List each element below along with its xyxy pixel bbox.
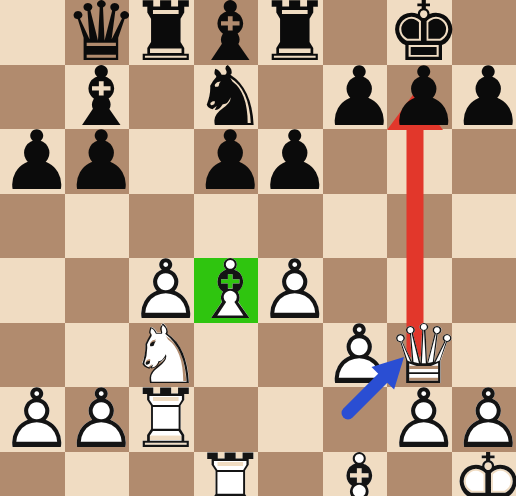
- piece-fill-glyph: ♟: [65, 129, 130, 194]
- white-pawn-b2[interactable]: ♟♙: [65, 387, 130, 452]
- chess-board: ♛♜♝♜♚♝♞♟♟♟♟♟♟♟♟♙♝♗♟♙♞♘♟♙♛♕♟♙♟♙♜♖♟♙♟♙♜♖♝♗…: [0, 0, 516, 496]
- black-pawn-f7[interactable]: ♟: [323, 65, 388, 130]
- square-e5[interactable]: [258, 194, 323, 259]
- black-bishop-d8[interactable]: ♝: [194, 0, 259, 65]
- square-a5[interactable]: [0, 194, 65, 259]
- square-b4[interactable]: [65, 258, 130, 323]
- square-b3[interactable]: [65, 323, 130, 388]
- square-c6[interactable]: [129, 129, 194, 194]
- white-rook-c2[interactable]: ♜♖: [129, 387, 194, 452]
- square-f6[interactable]: [323, 129, 388, 194]
- square-d3[interactable]: [194, 323, 259, 388]
- square-f5[interactable]: [323, 194, 388, 259]
- square-f8[interactable]: [323, 0, 388, 65]
- piece-fill-glyph: ♟: [129, 258, 194, 323]
- piece-fill-glyph: ♟: [323, 65, 388, 130]
- piece-fill-glyph: ♞: [129, 323, 194, 388]
- square-d6[interactable]: ♟: [194, 129, 259, 194]
- square-c4[interactable]: ♟♙: [129, 258, 194, 323]
- white-bishop-d4[interactable]: ♝♗: [194, 258, 259, 323]
- square-h3[interactable]: [452, 323, 516, 388]
- piece-outline-glyph: ♕: [387, 323, 452, 388]
- black-bishop-b7[interactable]: ♝: [65, 65, 130, 130]
- square-c2[interactable]: ♜♖: [129, 387, 194, 452]
- black-pawn-e6[interactable]: ♟: [258, 129, 323, 194]
- piece-fill-glyph: ♜: [129, 0, 194, 65]
- square-d7[interactable]: ♞: [194, 65, 259, 130]
- piece-outline-glyph: ♗: [323, 452, 388, 496]
- black-queen-b8[interactable]: ♛: [65, 0, 130, 65]
- piece-fill-glyph: ♟: [452, 387, 516, 452]
- piece-fill-glyph: ♜: [194, 452, 259, 496]
- piece-fill-glyph: ♛: [65, 0, 130, 65]
- black-rook-e8[interactable]: ♜: [258, 0, 323, 65]
- square-g2[interactable]: ♟♙: [387, 387, 452, 452]
- square-d1[interactable]: ♜♖: [194, 452, 259, 496]
- black-pawn-h7[interactable]: ♟: [452, 65, 516, 130]
- square-e2[interactable]: [258, 387, 323, 452]
- piece-fill-glyph: ♟: [0, 129, 65, 194]
- square-h1[interactable]: ♚♔: [452, 452, 516, 496]
- piece-fill-glyph: ♝: [194, 0, 259, 65]
- piece-fill-glyph: ♟: [387, 65, 452, 130]
- square-f3[interactable]: ♟♙: [323, 323, 388, 388]
- square-b7[interactable]: ♝: [65, 65, 130, 130]
- piece-fill-glyph: ♟: [0, 387, 65, 452]
- black-pawn-b6[interactable]: ♟: [65, 129, 130, 194]
- white-pawn-h2[interactable]: ♟♙: [452, 387, 516, 452]
- piece-outline-glyph: ♙: [65, 387, 130, 452]
- board-squares: ♛♜♝♜♚♝♞♟♟♟♟♟♟♟♟♙♝♗♟♙♞♘♟♙♛♕♟♙♟♙♜♖♟♙♟♙♜♖♝♗…: [0, 0, 516, 496]
- square-d4[interactable]: ♝♗: [194, 258, 259, 323]
- black-pawn-g7[interactable]: ♟: [387, 65, 452, 130]
- square-d2[interactable]: [194, 387, 259, 452]
- square-h5[interactable]: [452, 194, 516, 259]
- piece-fill-glyph: ♛: [387, 323, 452, 388]
- black-pawn-a6[interactable]: ♟: [0, 129, 65, 194]
- square-f2[interactable]: [323, 387, 388, 452]
- white-pawn-g2[interactable]: ♟♙: [387, 387, 452, 452]
- piece-fill-glyph: ♟: [387, 387, 452, 452]
- piece-outline-glyph: ♙: [387, 387, 452, 452]
- square-b2[interactable]: ♟♙: [65, 387, 130, 452]
- piece-fill-glyph: ♝: [65, 65, 130, 130]
- square-a8[interactable]: [0, 0, 65, 65]
- square-b8[interactable]: ♛: [65, 0, 130, 65]
- piece-outline-glyph: ♖: [194, 452, 259, 496]
- piece-outline-glyph: ♙: [0, 387, 65, 452]
- piece-fill-glyph: ♚: [452, 452, 516, 496]
- square-d5[interactable]: [194, 194, 259, 259]
- square-h6[interactable]: [452, 129, 516, 194]
- square-g5[interactable]: [387, 194, 452, 259]
- black-king-g8[interactable]: ♚: [387, 0, 452, 65]
- piece-fill-glyph: ♜: [129, 387, 194, 452]
- square-g1[interactable]: [387, 452, 452, 496]
- square-g3[interactable]: ♛♕: [387, 323, 452, 388]
- piece-outline-glyph: ♘: [129, 323, 194, 388]
- white-rook-d1[interactable]: ♜♖: [194, 452, 259, 496]
- white-pawn-e4[interactable]: ♟♙: [258, 258, 323, 323]
- piece-outline-glyph: ♙: [129, 258, 194, 323]
- square-c7[interactable]: [129, 65, 194, 130]
- square-e1[interactable]: [258, 452, 323, 496]
- piece-outline-glyph: ♗: [194, 258, 259, 323]
- black-rook-c8[interactable]: ♜: [129, 0, 194, 65]
- square-c5[interactable]: [129, 194, 194, 259]
- white-pawn-f3[interactable]: ♟♙: [323, 323, 388, 388]
- square-g4[interactable]: [387, 258, 452, 323]
- square-h7[interactable]: ♟: [452, 65, 516, 130]
- piece-outline-glyph: ♙: [452, 387, 516, 452]
- piece-fill-glyph: ♟: [323, 323, 388, 388]
- piece-fill-glyph: ♟: [258, 129, 323, 194]
- square-g6[interactable]: [387, 129, 452, 194]
- square-a3[interactable]: [0, 323, 65, 388]
- square-e4[interactable]: ♟♙: [258, 258, 323, 323]
- square-b6[interactable]: ♟: [65, 129, 130, 194]
- piece-fill-glyph: ♟: [194, 129, 259, 194]
- piece-outline-glyph: ♙: [323, 323, 388, 388]
- square-c8[interactable]: ♜: [129, 0, 194, 65]
- piece-fill-glyph: ♟: [258, 258, 323, 323]
- square-c3[interactable]: ♞♘: [129, 323, 194, 388]
- square-h2[interactable]: ♟♙: [452, 387, 516, 452]
- square-a4[interactable]: [0, 258, 65, 323]
- piece-fill-glyph: ♝: [323, 452, 388, 496]
- square-e3[interactable]: [258, 323, 323, 388]
- square-a7[interactable]: [0, 65, 65, 130]
- black-knight-d7[interactable]: ♞: [194, 65, 259, 130]
- square-h4[interactable]: [452, 258, 516, 323]
- black-pawn-d6[interactable]: ♟: [194, 129, 259, 194]
- white-knight-c3[interactable]: ♞♘: [129, 323, 194, 388]
- square-c1[interactable]: [129, 452, 194, 496]
- white-bishop-f1[interactable]: ♝♗: [323, 452, 388, 496]
- square-b1[interactable]: [65, 452, 130, 496]
- square-a2[interactable]: ♟♙: [0, 387, 65, 452]
- square-b5[interactable]: [65, 194, 130, 259]
- square-g7[interactable]: ♟: [387, 65, 452, 130]
- piece-outline-glyph: ♙: [258, 258, 323, 323]
- piece-fill-glyph: ♚: [387, 0, 452, 65]
- square-a1[interactable]: [0, 452, 65, 496]
- square-f1[interactable]: ♝♗: [323, 452, 388, 496]
- board-viewport: ♛♜♝♜♚♝♞♟♟♟♟♟♟♟♟♙♝♗♟♙♞♘♟♙♛♕♟♙♟♙♜♖♟♙♟♙♜♖♝♗…: [0, 0, 516, 496]
- piece-fill-glyph: ♜: [258, 0, 323, 65]
- piece-fill-glyph: ♟: [65, 387, 130, 452]
- square-e6[interactable]: ♟: [258, 129, 323, 194]
- square-d8[interactable]: ♝: [194, 0, 259, 65]
- square-e7[interactable]: [258, 65, 323, 130]
- square-e8[interactable]: ♜: [258, 0, 323, 65]
- piece-outline-glyph: ♔: [452, 452, 516, 496]
- piece-fill-glyph: ♟: [452, 65, 516, 130]
- piece-outline-glyph: ♖: [129, 387, 194, 452]
- white-queen-g3[interactable]: ♛♕: [387, 323, 452, 388]
- square-f7[interactable]: ♟: [323, 65, 388, 130]
- square-h8[interactable]: [452, 0, 516, 65]
- white-king-h1[interactable]: ♚♔: [452, 452, 516, 496]
- white-pawn-c4[interactable]: ♟♙: [129, 258, 194, 323]
- white-pawn-a2[interactable]: ♟♙: [0, 387, 65, 452]
- piece-fill-glyph: ♞: [194, 65, 259, 130]
- square-f4[interactable]: [323, 258, 388, 323]
- square-g8[interactable]: ♚: [387, 0, 452, 65]
- square-a6[interactable]: ♟: [0, 129, 65, 194]
- piece-fill-glyph: ♝: [194, 258, 259, 323]
